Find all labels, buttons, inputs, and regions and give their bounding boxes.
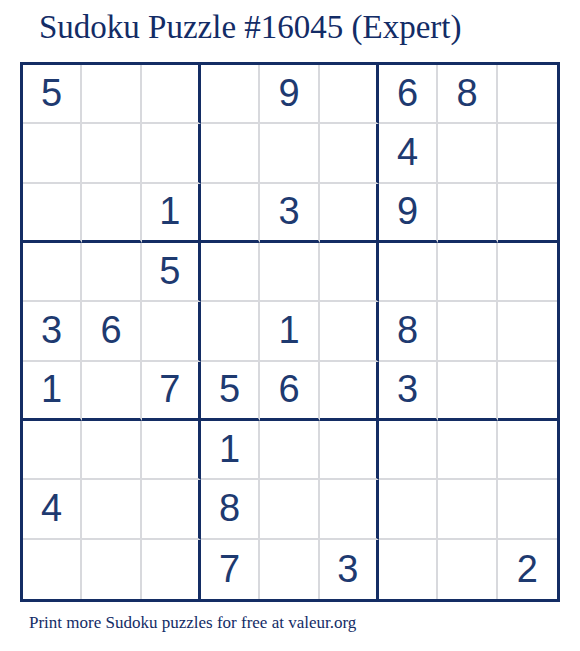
sudoku-cell-r1c6-empty[interactable]	[320, 65, 379, 124]
sudoku-cell-r8c3-empty[interactable]	[142, 480, 201, 539]
sudoku-cell-r5c1-given[interactable]: 3	[23, 302, 82, 361]
sudoku-cell-r7c9-empty[interactable]	[498, 421, 557, 480]
sudoku-cell-r7c8-empty[interactable]	[438, 421, 497, 480]
sudoku-cell-r2c2-empty[interactable]	[82, 124, 141, 183]
sudoku-cell-r7c4-given[interactable]: 1	[201, 421, 260, 480]
sudoku-cell-r7c6-empty[interactable]	[320, 421, 379, 480]
sudoku-cell-r8c5-empty[interactable]	[260, 480, 319, 539]
sudoku-cell-r5c9-empty[interactable]	[498, 302, 557, 361]
sudoku-cell-r2c5-empty[interactable]	[260, 124, 319, 183]
sudoku-cell-r3c4-empty[interactable]	[201, 184, 260, 243]
sudoku-cell-r4c3-given[interactable]: 5	[142, 243, 201, 302]
sudoku-cell-r1c9-empty[interactable]	[498, 65, 557, 124]
sudoku-cell-r3c7-given[interactable]: 9	[379, 184, 438, 243]
sudoku-cell-r6c6-empty[interactable]	[320, 362, 379, 421]
page-title: Sudoku Puzzle #16045 (Expert)	[39, 9, 462, 46]
sudoku-cell-r1c5-given[interactable]: 9	[260, 65, 319, 124]
sudoku-cell-r4c2-empty[interactable]	[82, 243, 141, 302]
sudoku-cell-r3c1-empty[interactable]	[23, 184, 82, 243]
sudoku-cell-r6c8-empty[interactable]	[438, 362, 497, 421]
sudoku-cell-r5c6-empty[interactable]	[320, 302, 379, 361]
sudoku-cell-r2c1-empty[interactable]	[23, 124, 82, 183]
sudoku-cell-r9c8-empty[interactable]	[438, 540, 497, 599]
sudoku-cell-r1c8-given[interactable]: 8	[438, 65, 497, 124]
sudoku-cell-r6c7-given[interactable]: 3	[379, 362, 438, 421]
sudoku-cell-r8c7-empty[interactable]	[379, 480, 438, 539]
sudoku-cell-r2c3-empty[interactable]	[142, 124, 201, 183]
sudoku-cell-r5c8-empty[interactable]	[438, 302, 497, 361]
sudoku-cell-r9c3-empty[interactable]	[142, 540, 201, 599]
sudoku-cell-r6c2-empty[interactable]	[82, 362, 141, 421]
sudoku-cell-r5c4-empty[interactable]	[201, 302, 260, 361]
sudoku-cell-r2c9-empty[interactable]	[498, 124, 557, 183]
sudoku-cell-r4c7-empty[interactable]	[379, 243, 438, 302]
sudoku-cell-r8c6-empty[interactable]	[320, 480, 379, 539]
sudoku-cell-r9c5-empty[interactable]	[260, 540, 319, 599]
sudoku-cell-r7c3-empty[interactable]	[142, 421, 201, 480]
sudoku-cell-r3c2-empty[interactable]	[82, 184, 141, 243]
sudoku-cell-r5c7-given[interactable]: 8	[379, 302, 438, 361]
sudoku-cell-r1c4-empty[interactable]	[201, 65, 260, 124]
sudoku-cell-r3c8-empty[interactable]	[438, 184, 497, 243]
sudoku-cell-r7c7-empty[interactable]	[379, 421, 438, 480]
sudoku-cell-r8c8-empty[interactable]	[438, 480, 497, 539]
sudoku-cell-r1c2-empty[interactable]	[82, 65, 141, 124]
sudoku-cell-r2c4-empty[interactable]	[201, 124, 260, 183]
sudoku-cell-r9c7-empty[interactable]	[379, 540, 438, 599]
sudoku-cell-r6c9-empty[interactable]	[498, 362, 557, 421]
sudoku-cell-r9c2-empty[interactable]	[82, 540, 141, 599]
sudoku-cell-r8c9-empty[interactable]	[498, 480, 557, 539]
sudoku-cell-r6c4-given[interactable]: 5	[201, 362, 260, 421]
sudoku-cell-r9c4-given[interactable]: 7	[201, 540, 260, 599]
sudoku-cell-r8c4-given[interactable]: 8	[201, 480, 260, 539]
sudoku-cell-r4c9-empty[interactable]	[498, 243, 557, 302]
sudoku-cell-r7c2-empty[interactable]	[82, 421, 141, 480]
sudoku-cell-r3c6-empty[interactable]	[320, 184, 379, 243]
sudoku-cell-r4c6-empty[interactable]	[320, 243, 379, 302]
sudoku-cell-r2c8-empty[interactable]	[438, 124, 497, 183]
sudoku-cell-r8c2-empty[interactable]	[82, 480, 141, 539]
sudoku-cell-r5c2-given[interactable]: 6	[82, 302, 141, 361]
sudoku-cell-r9c6-given[interactable]: 3	[320, 540, 379, 599]
sudoku-cell-r6c3-given[interactable]: 7	[142, 362, 201, 421]
sudoku-cell-r4c1-empty[interactable]	[23, 243, 82, 302]
sudoku-cell-r7c5-empty[interactable]	[260, 421, 319, 480]
sudoku-cell-r9c9-given[interactable]: 2	[498, 540, 557, 599]
sudoku-cell-r3c3-given[interactable]: 1	[142, 184, 201, 243]
sudoku-cell-r5c5-given[interactable]: 1	[260, 302, 319, 361]
sudoku-cell-r4c4-empty[interactable]	[201, 243, 260, 302]
sudoku-cell-r1c3-empty[interactable]	[142, 65, 201, 124]
sudoku-cell-r6c5-given[interactable]: 6	[260, 362, 319, 421]
sudoku-cell-r2c6-empty[interactable]	[320, 124, 379, 183]
sudoku-grid: 596841395361817563148732	[20, 62, 560, 602]
sudoku-cell-r4c8-empty[interactable]	[438, 243, 497, 302]
sudoku-cell-r9c1-empty[interactable]	[23, 540, 82, 599]
sudoku-cell-r1c1-given[interactable]: 5	[23, 65, 82, 124]
sudoku-cell-r4c5-empty[interactable]	[260, 243, 319, 302]
sudoku-cell-r2c7-given[interactable]: 4	[379, 124, 438, 183]
sudoku-cell-r8c1-given[interactable]: 4	[23, 480, 82, 539]
sudoku-cell-r1c7-given[interactable]: 6	[379, 65, 438, 124]
sudoku-cell-r3c9-empty[interactable]	[498, 184, 557, 243]
sudoku-cell-r6c1-given[interactable]: 1	[23, 362, 82, 421]
sudoku-cell-r3c5-given[interactable]: 3	[260, 184, 319, 243]
sudoku-cell-r5c3-empty[interactable]	[142, 302, 201, 361]
footer-text: Print more Sudoku puzzles for free at va…	[29, 613, 356, 633]
sudoku-cell-r7c1-empty[interactable]	[23, 421, 82, 480]
